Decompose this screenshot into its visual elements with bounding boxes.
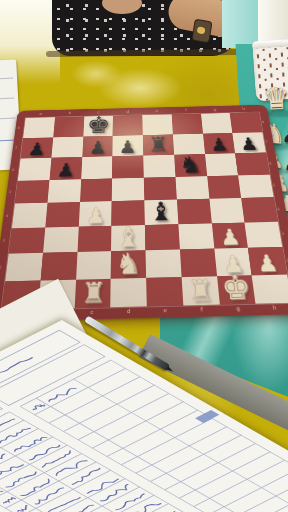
square-f6[interactable]: ♞ bbox=[174, 154, 207, 177]
piece-black-bishop-e4[interactable]: ♝ bbox=[144, 198, 178, 224]
square-h8[interactable] bbox=[230, 112, 263, 132]
square-b4[interactable] bbox=[45, 202, 79, 227]
square-g3[interactable]: ♟ bbox=[211, 222, 248, 248]
square-c7[interactable]: ♟ bbox=[82, 136, 113, 157]
square-a6[interactable] bbox=[18, 158, 51, 181]
square-h5[interactable] bbox=[238, 174, 273, 198]
piece-black-pawn-h7[interactable]: ♟ bbox=[233, 135, 266, 153]
piece-white-rook-c1[interactable]: ♜ bbox=[74, 279, 111, 308]
square-d1[interactable] bbox=[110, 277, 146, 307]
square-h1[interactable] bbox=[252, 274, 288, 304]
files-bottom-d: d bbox=[110, 307, 147, 317]
square-f3[interactable] bbox=[178, 223, 214, 249]
square-g8[interactable] bbox=[201, 113, 233, 133]
piece-white-pawn-c4[interactable]: ♟ bbox=[78, 205, 112, 226]
square-f1[interactable]: ♜ bbox=[181, 276, 219, 306]
square-e1[interactable] bbox=[146, 277, 183, 307]
square-b5[interactable] bbox=[47, 179, 81, 203]
square-b2[interactable] bbox=[40, 252, 77, 280]
square-e4[interactable]: ♝ bbox=[144, 200, 178, 225]
piece-white-pawn-g3[interactable]: ♟ bbox=[212, 226, 248, 248]
piece-white-rook-f1[interactable]: ♜ bbox=[181, 276, 219, 305]
piece-white-king-g1[interactable]: ♚ bbox=[216, 271, 256, 305]
square-f2[interactable] bbox=[180, 249, 217, 277]
piece-black-pawn-c7[interactable]: ♟ bbox=[82, 139, 113, 157]
square-e2[interactable] bbox=[145, 249, 181, 277]
piece-black-pawn-d7[interactable]: ♟ bbox=[113, 138, 144, 156]
square-a5[interactable] bbox=[15, 180, 49, 204]
square-g4[interactable] bbox=[209, 198, 245, 223]
square-c4[interactable]: ♟ bbox=[78, 201, 112, 226]
piece-black-king-c8[interactable]: ♚ bbox=[83, 113, 113, 136]
square-c8[interactable]: ♚ bbox=[83, 116, 113, 136]
square-a2[interactable] bbox=[5, 253, 43, 281]
square-e3[interactable] bbox=[145, 224, 180, 250]
square-a3[interactable] bbox=[9, 227, 45, 254]
square-b8[interactable] bbox=[53, 117, 84, 137]
piece-white-pawn-h2[interactable]: ♟ bbox=[249, 251, 287, 275]
square-c5[interactable] bbox=[80, 178, 113, 202]
board-grid: ♚♟♟♟♜♟♟♟♞♟♝♝♟♞♟♟♜♜♚ bbox=[2, 112, 288, 310]
square-c3[interactable] bbox=[77, 225, 112, 252]
square-a7[interactable]: ♟ bbox=[21, 137, 54, 159]
square-e6[interactable] bbox=[143, 155, 175, 178]
square-g1[interactable]: ♚ bbox=[217, 275, 256, 305]
square-b7[interactable] bbox=[51, 136, 83, 157]
board-scene: ♚♟♟♟♜♟♟♟♞♟♝♝♟♞♟♟♜♜♚ abcdefgh abcdefgh 87… bbox=[0, 62, 288, 324]
square-g7[interactable]: ♟ bbox=[203, 133, 236, 154]
piece-black-knight-f6[interactable]: ♞ bbox=[174, 153, 207, 177]
files-bottom-h: h bbox=[256, 304, 288, 314]
square-f5[interactable] bbox=[175, 176, 209, 200]
square-b6[interactable]: ♟ bbox=[49, 157, 82, 180]
square-c6[interactable] bbox=[81, 156, 113, 179]
square-g6[interactable] bbox=[205, 153, 239, 176]
square-h3[interactable] bbox=[245, 221, 283, 247]
square-d2[interactable]: ♞ bbox=[111, 250, 146, 278]
square-a4[interactable] bbox=[12, 203, 47, 228]
wrist-watch bbox=[191, 19, 212, 44]
square-h2[interactable]: ♟ bbox=[248, 247, 287, 275]
square-h6[interactable] bbox=[235, 153, 269, 175]
square-g5[interactable] bbox=[207, 175, 242, 199]
files-bottom-e: e bbox=[147, 307, 184, 317]
square-h4[interactable] bbox=[241, 197, 278, 222]
square-f8[interactable] bbox=[171, 114, 202, 134]
square-e7[interactable]: ♜ bbox=[143, 134, 174, 155]
piece-black-pawn-a7[interactable]: ♟ bbox=[21, 140, 53, 158]
piece-black-pawn-b6[interactable]: ♟ bbox=[49, 160, 81, 179]
square-c2[interactable] bbox=[76, 251, 112, 279]
square-h7[interactable]: ♟ bbox=[232, 132, 265, 153]
piece-black-pawn-g7[interactable]: ♟ bbox=[203, 136, 235, 154]
photo-scene: ♛♞♟♟♟♟♟ ♚♟♟♟♜♟♟♟♞♟♝♝♟♞♟♟♜♜♚ abcdefgh abc… bbox=[0, 0, 288, 512]
piece-black-rook-e7[interactable]: ♜ bbox=[143, 134, 174, 155]
piece-white-knight-d2[interactable]: ♞ bbox=[111, 249, 146, 278]
square-b3[interactable] bbox=[43, 226, 79, 253]
square-d5[interactable] bbox=[112, 177, 144, 201]
square-f4[interactable] bbox=[177, 199, 212, 224]
square-a8[interactable] bbox=[23, 117, 55, 137]
square-c1[interactable]: ♜ bbox=[74, 278, 111, 308]
square-d7[interactable]: ♟ bbox=[113, 135, 144, 156]
square-d8[interactable] bbox=[113, 115, 143, 135]
square-d6[interactable] bbox=[112, 156, 143, 179]
